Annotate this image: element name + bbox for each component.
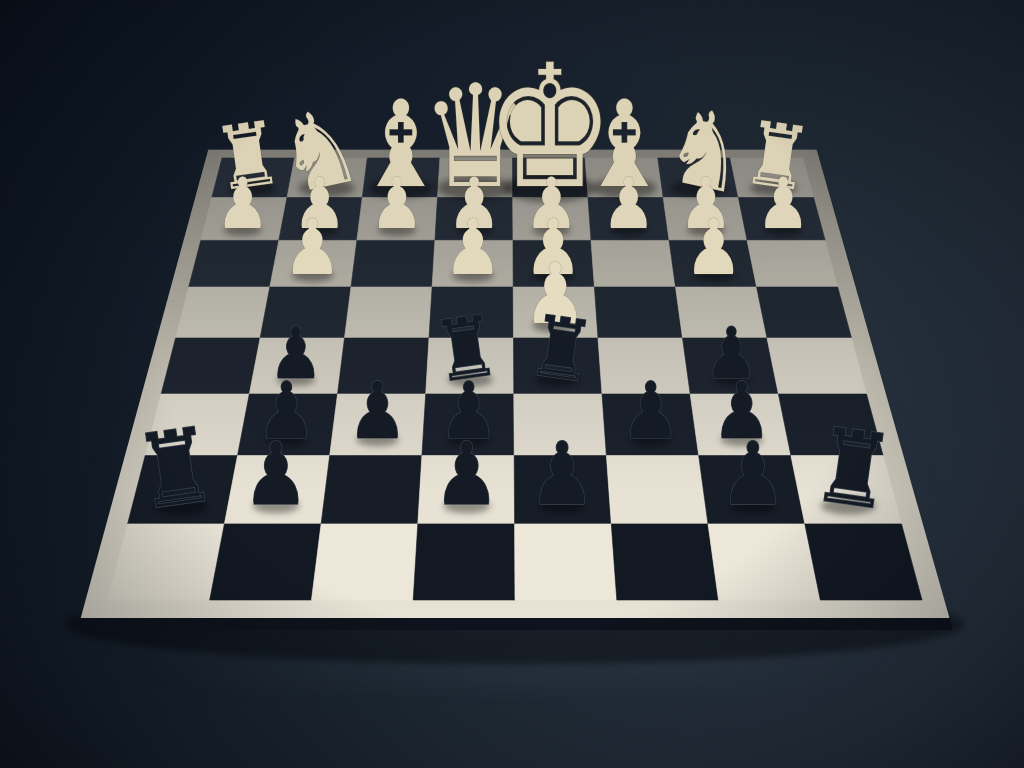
- square-f6[interactable]: [591, 240, 676, 287]
- square-f1[interactable]: [611, 524, 718, 600]
- black-pawn-f3[interactable]: ♟: [621, 364, 681, 456]
- white-pawn-b6[interactable]: ♟: [283, 202, 342, 291]
- square-a1[interactable]: [108, 524, 224, 600]
- square-g1[interactable]: [708, 524, 820, 600]
- black-rook-e4[interactable]: ♜: [523, 296, 600, 401]
- square-b1[interactable]: [210, 524, 321, 600]
- square-a4[interactable]: [161, 338, 260, 394]
- black-pawn-b2[interactable]: ♟: [243, 423, 309, 524]
- square-f2[interactable]: [606, 456, 708, 524]
- square-a5[interactable]: [176, 287, 270, 338]
- square-c5[interactable]: [345, 287, 433, 338]
- square-h5[interactable]: [757, 287, 852, 338]
- board-side-front: [78, 618, 953, 630]
- square-a6[interactable]: [189, 240, 279, 287]
- white-pawn-d6[interactable]: ♟: [444, 202, 503, 291]
- white-pawn-c7[interactable]: ♟: [370, 162, 424, 244]
- black-pawn-d2[interactable]: ♟: [434, 423, 500, 524]
- square-d1[interactable]: [413, 524, 515, 600]
- black-pawn-g2[interactable]: ♟: [720, 423, 786, 524]
- square-h6[interactable]: [747, 240, 838, 287]
- square-c1[interactable]: [312, 524, 418, 600]
- square-h4[interactable]: [767, 338, 867, 394]
- black-pawn-c3[interactable]: ♟: [348, 364, 408, 456]
- white-pawn-a7[interactable]: ♟: [216, 162, 270, 244]
- black-pawn-e2[interactable]: ♟: [529, 423, 595, 524]
- white-pawn-f7[interactable]: ♟: [602, 162, 656, 244]
- square-c6[interactable]: [351, 240, 435, 287]
- square-f5[interactable]: [594, 287, 682, 338]
- scene: ♜♞♝♛♚♝♞♜♟♟♟♟♟♟♟♟♟♟♟♟♟♟♜♜♟♟♟♟♟♟♜♟♟♟♟♜: [0, 0, 1024, 768]
- chessboard: ♜♞♝♛♚♝♞♜♟♟♟♟♟♟♟♟♟♟♟♟♟♟♜♜♟♟♟♟♟♟♜♟♟♟♟♜: [0, 0, 1024, 768]
- white-pawn-h7[interactable]: ♟: [756, 162, 810, 244]
- white-pawn-g6[interactable]: ♟: [684, 202, 743, 291]
- black-rook-a2[interactable]: ♜: [129, 405, 223, 533]
- black-rook-h2[interactable]: ♜: [806, 405, 900, 533]
- square-h1[interactable]: [805, 524, 922, 600]
- square-c2[interactable]: [321, 456, 422, 524]
- square-e1[interactable]: [515, 524, 617, 600]
